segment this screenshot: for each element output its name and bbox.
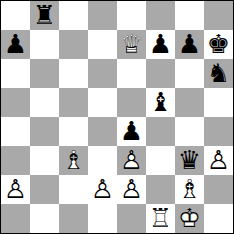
square-c1[interactable]	[59, 204, 88, 233]
square-g8[interactable]	[175, 1, 204, 30]
square-h7[interactable]: ♚	[204, 30, 233, 59]
white-piece-outline: ♕	[120, 30, 143, 59]
square-e8[interactable]	[117, 1, 146, 30]
black-piece-glyph: ♟	[4, 30, 27, 59]
chess-board: ♜♟♛♕♟♟♚♞♝♟♝♗♟♙♛♟♙♟♙♟♙♟♙♝♗♜♖♚♔	[0, 0, 234, 234]
black-knight-h6[interactable]: ♞	[204, 59, 233, 88]
white-pawn-e2[interactable]: ♟♙	[117, 175, 146, 204]
square-g3[interactable]: ♛	[175, 146, 204, 175]
square-c2[interactable]	[59, 175, 88, 204]
square-e6[interactable]	[117, 59, 146, 88]
square-h8[interactable]	[204, 1, 233, 30]
square-e7[interactable]: ♛♕	[117, 30, 146, 59]
square-c3[interactable]: ♝♗	[59, 146, 88, 175]
square-c6[interactable]	[59, 59, 88, 88]
square-e1[interactable]	[117, 204, 146, 233]
white-rook-f1[interactable]: ♜♖	[146, 204, 175, 233]
black-piece-glyph: ♞	[207, 59, 230, 88]
square-c7[interactable]	[59, 30, 88, 59]
black-piece-glyph: ♚	[207, 30, 230, 59]
square-a3[interactable]	[1, 146, 30, 175]
square-f1[interactable]: ♜♖	[146, 204, 175, 233]
square-d3[interactable]	[88, 146, 117, 175]
white-pawn-d2[interactable]: ♟♙	[88, 175, 117, 204]
square-d5[interactable]	[88, 88, 117, 117]
square-d1[interactable]	[88, 204, 117, 233]
square-g4[interactable]	[175, 117, 204, 146]
white-piece-outline: ♙	[4, 175, 27, 204]
square-a2[interactable]: ♟♙	[1, 175, 30, 204]
white-piece-outline: ♙	[120, 146, 143, 175]
square-b3[interactable]	[30, 146, 59, 175]
white-piece-outline: ♔	[178, 204, 201, 233]
square-e5[interactable]	[117, 88, 146, 117]
square-h6[interactable]: ♞	[204, 59, 233, 88]
square-a6[interactable]	[1, 59, 30, 88]
square-h2[interactable]	[204, 175, 233, 204]
square-f8[interactable]	[146, 1, 175, 30]
square-d8[interactable]	[88, 1, 117, 30]
square-c8[interactable]	[59, 1, 88, 30]
white-pawn-h3[interactable]: ♟♙	[204, 146, 233, 175]
square-b7[interactable]	[30, 30, 59, 59]
square-b8[interactable]: ♜	[30, 1, 59, 30]
black-pawn-a7[interactable]: ♟	[1, 30, 30, 59]
square-g7[interactable]: ♟	[175, 30, 204, 59]
square-g6[interactable]	[175, 59, 204, 88]
white-king-g1[interactable]: ♚♔	[175, 204, 204, 233]
white-bishop-c3[interactable]: ♝♗	[59, 146, 88, 175]
black-bishop-f5[interactable]: ♝	[146, 88, 175, 117]
black-piece-glyph: ♝	[149, 88, 172, 117]
white-piece-outline: ♗	[178, 175, 201, 204]
square-a4[interactable]	[1, 117, 30, 146]
square-e3[interactable]: ♟♙	[117, 146, 146, 175]
black-piece-glyph: ♟	[149, 30, 172, 59]
white-piece-outline: ♙	[207, 146, 230, 175]
square-h5[interactable]	[204, 88, 233, 117]
white-piece-outline: ♗	[62, 146, 85, 175]
square-g2[interactable]: ♝♗	[175, 175, 204, 204]
square-e4[interactable]: ♟	[117, 117, 146, 146]
square-h3[interactable]: ♟♙	[204, 146, 233, 175]
square-f4[interactable]	[146, 117, 175, 146]
square-f7[interactable]: ♟	[146, 30, 175, 59]
square-e2[interactable]: ♟♙	[117, 175, 146, 204]
square-c5[interactable]	[59, 88, 88, 117]
square-g5[interactable]	[175, 88, 204, 117]
square-b1[interactable]	[30, 204, 59, 233]
square-d2[interactable]: ♟♙	[88, 175, 117, 204]
square-f3[interactable]	[146, 146, 175, 175]
black-pawn-g7[interactable]: ♟	[175, 30, 204, 59]
black-king-h7[interactable]: ♚	[204, 30, 233, 59]
square-f2[interactable]	[146, 175, 175, 204]
square-b6[interactable]	[30, 59, 59, 88]
square-f5[interactable]: ♝	[146, 88, 175, 117]
square-d4[interactable]	[88, 117, 117, 146]
square-b2[interactable]	[30, 175, 59, 204]
black-piece-glyph: ♟	[178, 30, 201, 59]
square-b5[interactable]	[30, 88, 59, 117]
black-pawn-f7[interactable]: ♟	[146, 30, 175, 59]
black-piece-glyph: ♟	[120, 117, 143, 146]
white-bishop-g2[interactable]: ♝♗	[175, 175, 204, 204]
square-d6[interactable]	[88, 59, 117, 88]
square-a8[interactable]	[1, 1, 30, 30]
square-b4[interactable]	[30, 117, 59, 146]
black-rook-b8[interactable]: ♜	[30, 1, 59, 30]
square-g1[interactable]: ♚♔	[175, 204, 204, 233]
black-pawn-e4[interactable]: ♟	[117, 117, 146, 146]
black-piece-glyph: ♛	[178, 146, 201, 175]
square-h1[interactable]	[204, 204, 233, 233]
white-piece-outline: ♙	[120, 175, 143, 204]
square-h4[interactable]	[204, 117, 233, 146]
white-piece-outline: ♖	[149, 204, 172, 233]
square-d7[interactable]	[88, 30, 117, 59]
square-a7[interactable]: ♟	[1, 30, 30, 59]
white-pawn-e3[interactable]: ♟♙	[117, 146, 146, 175]
square-f6[interactable]	[146, 59, 175, 88]
white-queen-e7[interactable]: ♛♕	[117, 30, 146, 59]
square-c4[interactable]	[59, 117, 88, 146]
white-pawn-a2[interactable]: ♟♙	[1, 175, 30, 204]
black-queen-g3[interactable]: ♛	[175, 146, 204, 175]
square-a5[interactable]	[1, 88, 30, 117]
white-piece-outline: ♙	[91, 175, 114, 204]
black-piece-glyph: ♜	[33, 1, 56, 30]
square-a1[interactable]	[1, 204, 30, 233]
